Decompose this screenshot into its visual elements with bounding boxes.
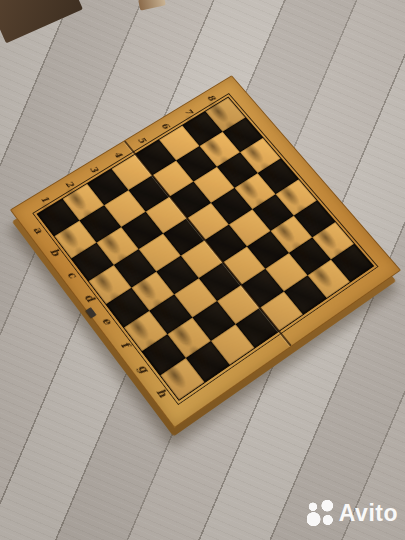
square-g3 [192,301,235,341]
square-g5 [241,269,284,308]
squares-grid [38,98,373,400]
square-f2 [149,294,192,334]
furniture-edge [0,0,83,43]
photo-scene: abcdefgh 87654321 ♜♞♝♛♚♝♞♜♟♟♟♟♟♟♟♟♟♟♟♟♟♟… [0,0,405,540]
avito-logo-icon [307,500,334,527]
square-f3 [174,278,217,317]
square-h4 [236,308,279,348]
square-h1 [160,358,204,400]
square-e3 [156,256,199,295]
square-h3 [211,324,255,365]
board-top: abcdefgh 87654321 ♜♞♝♛♚♝♞♜♟♟♟♟♟♟♟♟♟♟♟♟♟♟… [10,75,401,428]
square-g2 [167,318,210,358]
square-h6 [284,275,327,314]
square-g6 [265,253,307,291]
square-g4 [217,285,260,324]
square-b1 [54,221,96,259]
square-c2 [96,227,138,265]
small-floor-object [138,0,166,11]
square-h7 [308,259,350,298]
square-f5 [223,246,265,284]
square-e4 [181,240,223,278]
square-h2 [186,341,230,382]
square-h5 [260,291,303,331]
watermark: Avito [307,500,398,527]
square-d2 [114,249,156,288]
watermark-text: Avito [339,500,398,527]
chess-board: abcdefgh 87654321 ♜♞♝♛♚♝♞♜♟♟♟♟♟♟♟♟♟♟♟♟♟♟… [49,84,361,396]
square-f1 [124,311,167,351]
square-e2 [131,272,174,311]
square-d3 [139,234,181,272]
square-f4 [199,262,242,301]
